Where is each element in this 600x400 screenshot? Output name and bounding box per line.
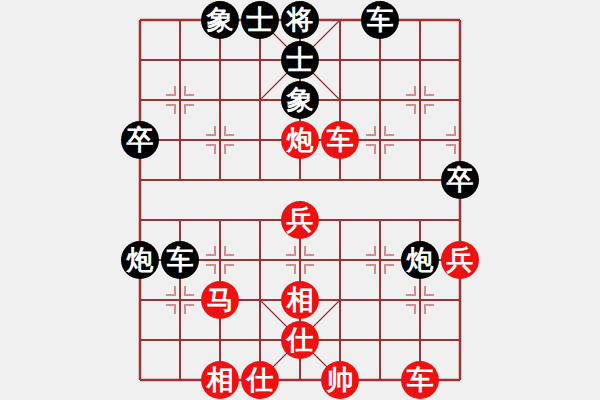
piece-glyph: 卒 — [127, 126, 154, 153]
black-soldier[interactable]: 卒 — [441, 161, 479, 199]
piece-glyph: 车 — [367, 6, 394, 33]
black-soldier[interactable]: 卒 — [121, 121, 159, 159]
red-general[interactable]: 帅 — [321, 361, 359, 399]
red-horse[interactable]: 马 — [201, 281, 239, 319]
piece-glyph: 象 — [287, 86, 314, 113]
piece-glyph: 士 — [247, 6, 274, 33]
piece-glyph: 士 — [287, 46, 314, 73]
piece-glyph: 将 — [287, 6, 314, 33]
black-general[interactable]: 将 — [281, 1, 319, 39]
black-advisor[interactable]: 士 — [281, 41, 319, 79]
piece-glyph: 仕 — [287, 326, 314, 353]
black-chariot[interactable]: 车 — [161, 241, 199, 279]
black-elephant[interactable]: 象 — [201, 1, 239, 39]
black-advisor[interactable]: 士 — [241, 1, 279, 39]
black-cannon[interactable]: 炮 — [121, 241, 159, 279]
piece-glyph: 相 — [207, 366, 234, 393]
piece-glyph: 仕 — [247, 366, 274, 393]
piece-glyph: 车 — [327, 126, 354, 153]
piece-glyph: 帅 — [327, 366, 354, 393]
black-elephant[interactable]: 象 — [281, 81, 319, 119]
piece-glyph: 车 — [167, 246, 194, 273]
piece-glyph: 炮 — [287, 126, 314, 153]
piece-glyph: 兵 — [447, 246, 474, 273]
red-advisor[interactable]: 仕 — [241, 361, 279, 399]
xiangqi-board-screen: 象士将车士象卒卒炮车炮炮车兵兵马相仕相仕帅车 — [0, 0, 600, 400]
pieces-layer: 象士将车士象卒卒炮车炮炮车兵兵马相仕相仕帅车 — [120, 0, 480, 400]
black-cannon[interactable]: 炮 — [401, 241, 439, 279]
red-chariot[interactable]: 车 — [321, 121, 359, 159]
piece-glyph: 马 — [207, 286, 234, 313]
red-soldier[interactable]: 兵 — [281, 201, 319, 239]
piece-glyph: 车 — [407, 366, 434, 393]
piece-glyph: 相 — [287, 286, 314, 313]
piece-glyph: 兵 — [287, 206, 314, 233]
red-soldier[interactable]: 兵 — [441, 241, 479, 279]
black-chariot[interactable]: 车 — [361, 1, 399, 39]
red-elephant[interactable]: 相 — [281, 281, 319, 319]
piece-glyph: 卒 — [447, 166, 474, 193]
piece-glyph: 炮 — [127, 246, 154, 273]
piece-glyph: 炮 — [407, 246, 434, 273]
red-advisor[interactable]: 仕 — [281, 321, 319, 359]
piece-glyph: 象 — [207, 6, 234, 33]
red-cannon[interactable]: 炮 — [281, 121, 319, 159]
red-chariot[interactable]: 车 — [401, 361, 439, 399]
red-elephant[interactable]: 相 — [201, 361, 239, 399]
